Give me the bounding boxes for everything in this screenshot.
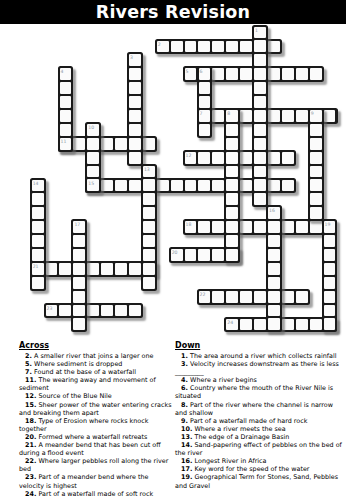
grid-cell[interactable] <box>32 221 44 233</box>
clue-across-21: 21. A meander bend that has been cut off… <box>19 441 172 457</box>
grid-cell[interactable] <box>310 110 322 122</box>
grid-cell[interactable] <box>129 152 141 164</box>
grid-cell[interactable] <box>198 41 210 53</box>
grid-cell[interactable] <box>268 110 280 122</box>
clue-down-6: 6. Country where the mouth of the River … <box>175 384 343 400</box>
grid-cell[interactable] <box>143 179 155 191</box>
grid-cell[interactable] <box>212 152 224 164</box>
grid-cell[interactable] <box>254 152 266 164</box>
word-run-across-21 <box>30 261 157 277</box>
grid-cell[interactable] <box>129 124 141 136</box>
grid-cell[interactable] <box>115 180 127 192</box>
clue-across-18: 18. Type of Erosion where rocks knock to… <box>19 417 172 433</box>
grid-cell[interactable] <box>268 68 280 80</box>
grid-cell[interactable] <box>129 138 141 150</box>
grid-cell[interactable] <box>32 193 44 205</box>
grid-cell[interactable] <box>73 305 85 317</box>
grid-cell[interactable] <box>129 54 141 66</box>
clue-down-4: 4. Where a river begins <box>175 376 343 384</box>
word-run-down-19 <box>322 219 338 332</box>
grid-cell[interactable] <box>199 82 211 94</box>
clue-down-13: 13. The edge of a Drainage Basin <box>175 433 343 441</box>
grid-cell[interactable] <box>185 180 197 192</box>
grid-cell[interactable] <box>32 263 44 275</box>
grid-cell[interactable] <box>212 221 224 233</box>
grid-cell[interactable] <box>254 138 266 150</box>
grid-cell[interactable] <box>226 193 238 205</box>
grid-cell[interactable] <box>310 179 322 191</box>
grid-cell[interactable] <box>296 68 308 80</box>
grid-cell[interactable] <box>268 41 280 53</box>
grid-cell[interactable] <box>268 235 280 247</box>
grid-cell[interactable] <box>32 180 44 192</box>
grid-cell[interactable] <box>268 277 280 289</box>
grid-cell[interactable] <box>324 235 336 247</box>
grid-cell[interactable] <box>59 263 71 275</box>
grid-cell[interactable] <box>143 277 155 289</box>
clue-across-24: 24. Part of a waterfall made of soft roc… <box>19 490 172 498</box>
grid-cell[interactable] <box>226 152 238 164</box>
word-run-down-1 <box>252 25 268 208</box>
grid-cell[interactable] <box>171 180 183 192</box>
clue-across-20: 20. Formed where a waterfall retreats <box>19 433 172 441</box>
grid-cell[interactable] <box>73 221 85 233</box>
word-run-down-14 <box>30 178 46 291</box>
grid-cell[interactable] <box>310 68 322 80</box>
grid-cell[interactable] <box>240 180 252 192</box>
grid-cell[interactable] <box>310 207 322 219</box>
grid-cell[interactable] <box>240 221 252 233</box>
grid-cell[interactable] <box>115 138 127 150</box>
grid-cell[interactable] <box>268 291 280 303</box>
word-run-down-17 <box>71 219 87 332</box>
grid-cell[interactable] <box>87 179 99 191</box>
grid-cell[interactable] <box>59 305 71 317</box>
grid-cell[interactable] <box>60 124 72 136</box>
grid-cell[interactable] <box>324 249 336 261</box>
grid-cell[interactable] <box>212 68 224 80</box>
grid-cell[interactable] <box>199 110 211 122</box>
grid-cell[interactable] <box>60 138 72 150</box>
grid-cell[interactable] <box>240 68 252 80</box>
grid-cell[interactable] <box>73 277 85 289</box>
grid-cell[interactable] <box>268 180 280 192</box>
clue-across-7: 7. Found at the base of a waterfall <box>19 368 172 376</box>
grid-cell[interactable] <box>268 305 280 317</box>
grid-cell[interactable] <box>254 27 266 39</box>
clue-down-1: 1. The area around a river which collect… <box>175 352 343 360</box>
grid-cell[interactable] <box>143 249 155 261</box>
grid-cell[interactable] <box>324 277 336 289</box>
clue-down-14: 14. Sand-papering effect of pebbles on t… <box>175 441 343 457</box>
grid-cell[interactable] <box>310 319 322 331</box>
grid-cell[interactable] <box>185 221 197 233</box>
grid-cell[interactable] <box>226 249 238 261</box>
grid-cell[interactable] <box>171 41 183 53</box>
grid-cell[interactable] <box>226 319 238 331</box>
grid-cell[interactable] <box>199 68 211 80</box>
grid-cell[interactable] <box>143 166 155 178</box>
grid-cell[interactable] <box>101 138 113 150</box>
grid-cell[interactable] <box>46 263 58 275</box>
down-clues-section: Down 1. The area around a river which co… <box>175 341 343 490</box>
grid-cell[interactable] <box>254 110 266 122</box>
grid-cell[interactable] <box>268 263 280 275</box>
grid-cell[interactable] <box>324 291 336 303</box>
grid-cell[interactable] <box>226 179 238 191</box>
grid-cell[interactable] <box>115 305 127 317</box>
grid-cell[interactable] <box>185 152 197 164</box>
grid-cell[interactable] <box>240 152 252 164</box>
grid-cell[interactable] <box>46 305 58 317</box>
clue-down-9: 9. Part of a waterfall made of hard rock <box>175 417 343 425</box>
across-clues-section: Across 2. A smaller river that joins a l… <box>19 341 172 498</box>
grid-cell[interactable] <box>324 221 336 233</box>
down-clue-list: 1. The area around a river which collect… <box>175 352 343 490</box>
grid-cell[interactable] <box>129 263 141 275</box>
grid-cell[interactable] <box>101 263 113 275</box>
grid-cell[interactable] <box>254 179 266 191</box>
grid-cell[interactable] <box>157 41 169 53</box>
grid-cell[interactable] <box>73 318 85 330</box>
grid-cell[interactable] <box>73 291 85 303</box>
grid-cell[interactable] <box>129 110 141 122</box>
clue-across-5: 5. Where sediment is dropped <box>19 360 172 368</box>
grid-cell[interactable] <box>199 96 211 108</box>
grid-cell[interactable] <box>310 221 322 233</box>
grid-cell[interactable] <box>296 221 308 233</box>
grid-cell[interactable] <box>129 96 141 108</box>
grid-cell[interactable] <box>254 319 266 331</box>
grid-cell[interactable] <box>171 249 183 261</box>
grid-cell[interactable] <box>254 96 266 108</box>
clue-down-10: 10. Where a river meets the sea <box>175 425 343 433</box>
grid-cell[interactable] <box>282 319 294 331</box>
grid-cell[interactable] <box>60 96 72 108</box>
grid-cell[interactable] <box>129 82 141 94</box>
grid-cell[interactable] <box>212 249 224 261</box>
grid-cell[interactable] <box>310 166 322 178</box>
grid-cell[interactable] <box>73 138 85 150</box>
grid-cell[interactable] <box>282 221 294 233</box>
grid-cell[interactable] <box>143 207 155 219</box>
grid-cell[interactable] <box>32 249 44 261</box>
clue-down-19: 19. Geographical Term for Stones, Sand, … <box>175 473 343 489</box>
clue-down-3: 3. Velocity increases downstream as ther… <box>175 360 343 376</box>
grid-cell[interactable] <box>240 110 252 122</box>
clue-down-16: 16. Longest River in Africa <box>175 457 343 465</box>
grid-cell[interactable] <box>143 138 155 150</box>
grid-cell[interactable] <box>296 291 308 303</box>
grid-cell[interactable] <box>282 180 294 192</box>
grid-cell[interactable] <box>310 152 322 164</box>
grid-cell[interactable] <box>324 263 336 275</box>
grid-cell[interactable] <box>268 318 280 330</box>
grid-cell[interactable] <box>240 319 252 331</box>
grid-cell[interactable] <box>268 152 280 164</box>
grid-cell[interactable] <box>254 291 266 303</box>
word-run-down-16 <box>266 205 282 332</box>
grid-cell[interactable] <box>268 207 280 219</box>
grid-cell[interactable] <box>226 138 238 150</box>
grid-cell[interactable] <box>87 138 99 150</box>
grid-cell[interactable] <box>212 180 224 192</box>
grid-cell[interactable] <box>129 305 141 317</box>
grid-cell[interactable] <box>87 124 99 136</box>
grid-cell[interactable] <box>254 54 266 66</box>
grid-cell[interactable] <box>324 110 336 122</box>
clue-across-12: 12. Source of the Blue Nile <box>19 392 172 400</box>
word-run-down-9 <box>308 108 324 221</box>
grid-cell[interactable] <box>60 82 72 94</box>
grid-cell[interactable] <box>226 166 238 178</box>
grid-cell[interactable] <box>254 166 266 178</box>
across-header: Across <box>19 341 172 350</box>
clue-across-11: 11. The wearing away and movement of sed… <box>19 376 172 392</box>
word-run-down-10 <box>85 122 101 194</box>
grid-cell[interactable] <box>282 291 294 303</box>
grid-cell[interactable] <box>310 124 322 136</box>
grid-cell[interactable] <box>87 166 99 178</box>
grid-cell[interactable] <box>268 221 280 233</box>
clue-across-15: 15. Sheer power of the water entering cr… <box>19 401 172 417</box>
grid-cell[interactable] <box>73 235 85 247</box>
grid-cell[interactable] <box>212 110 224 122</box>
grid-cell[interactable] <box>32 207 44 219</box>
word-run-down-6 <box>197 66 213 138</box>
word-run-across-22 <box>197 289 310 305</box>
grid-cell[interactable] <box>101 305 113 317</box>
grid-cell[interactable] <box>254 221 266 233</box>
grid-cell[interactable] <box>268 249 280 261</box>
clue-across-2: 2. A smaller river that joins a larger o… <box>19 352 172 360</box>
grid-cell[interactable] <box>185 249 197 261</box>
grid-cell[interactable] <box>185 41 197 53</box>
grid-cell[interactable] <box>282 68 294 80</box>
grid-cell[interactable] <box>212 41 224 53</box>
word-run-down-3 <box>127 52 143 165</box>
grid-cell[interactable] <box>254 68 266 80</box>
grid-cell[interactable] <box>254 40 266 52</box>
grid-cell[interactable] <box>199 124 211 136</box>
grid-cell[interactable] <box>143 263 155 275</box>
grid-cell[interactable] <box>115 263 127 275</box>
grid-cell[interactable] <box>32 277 44 289</box>
grid-cell[interactable] <box>254 124 266 136</box>
grid-cell[interactable] <box>310 138 322 150</box>
clue-down-17: 17. Key word for the speed of the water <box>175 465 343 473</box>
word-run-down-4 <box>58 66 74 151</box>
grid-cell[interactable] <box>240 291 252 303</box>
grid-cell[interactable] <box>87 263 99 275</box>
down-header: Down <box>175 341 343 350</box>
grid-cell[interactable] <box>198 249 210 261</box>
grid-cell[interactable] <box>296 319 308 331</box>
grid-cell[interactable] <box>129 68 141 80</box>
grid-cell[interactable] <box>226 41 238 53</box>
clue-across-23: 23. Part of a meander bend where the vel… <box>19 473 172 489</box>
grid-cell[interactable] <box>226 235 238 247</box>
grid-cell[interactable] <box>101 180 113 192</box>
word-run-across-18 <box>183 219 324 235</box>
grid-cell[interactable] <box>282 110 294 122</box>
grid-cell[interactable] <box>87 152 99 164</box>
grid-cell[interactable] <box>226 68 238 80</box>
word-run-down-13 <box>141 164 157 291</box>
across-clue-list: 2. A smaller river that joins a larger o… <box>19 352 172 498</box>
grid-cell[interactable] <box>157 180 169 192</box>
grid-cell[interactable] <box>324 318 336 330</box>
word-run-down-8 <box>224 108 240 263</box>
crossword-grid: 123456789101112131415161718192021222324 <box>0 0 346 342</box>
grid-cell[interactable] <box>226 207 238 219</box>
word-run-across-23 <box>44 303 143 319</box>
grid-cell[interactable] <box>32 235 44 247</box>
grid-cell[interactable] <box>310 193 322 205</box>
grid-cell[interactable] <box>324 305 336 317</box>
grid-cell[interactable] <box>226 110 238 122</box>
grid-cell[interactable] <box>129 180 141 192</box>
grid-cell[interactable] <box>73 249 85 261</box>
clue-across-22: 22. Where larger pebbles roll along the … <box>19 457 172 473</box>
clue-down-8: 8. Part of the river where the channel i… <box>175 401 343 417</box>
grid-cell[interactable] <box>296 110 308 122</box>
grid-cell[interactable] <box>254 82 266 94</box>
grid-cell[interactable] <box>199 291 211 303</box>
grid-cell[interactable] <box>254 193 266 205</box>
grid-cell[interactable] <box>87 305 99 317</box>
grid-cell[interactable] <box>60 68 72 80</box>
grid-cell[interactable] <box>143 193 155 205</box>
grid-cell[interactable] <box>198 152 210 164</box>
grid-cell[interactable] <box>226 221 238 233</box>
grid-cell[interactable] <box>226 291 238 303</box>
grid-cell[interactable] <box>60 110 72 122</box>
grid-cell[interactable] <box>198 180 210 192</box>
grid-cell[interactable] <box>185 68 197 80</box>
grid-cell[interactable] <box>212 291 224 303</box>
grid-cell[interactable] <box>73 263 85 275</box>
grid-cell[interactable] <box>143 221 155 233</box>
grid-cell[interactable] <box>240 41 252 53</box>
grid-cell[interactable] <box>198 221 210 233</box>
grid-cell[interactable] <box>143 235 155 247</box>
grid-cell[interactable] <box>282 152 294 164</box>
grid-cell[interactable] <box>226 124 238 136</box>
